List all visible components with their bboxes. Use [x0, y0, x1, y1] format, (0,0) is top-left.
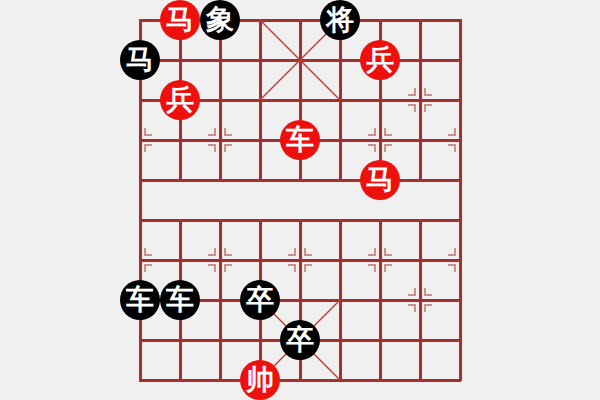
- xiangqi-board[interactable]: 马象将马兵兵车马车车卒卒帅: [140, 20, 460, 380]
- point-marker: [304, 248, 312, 256]
- point-marker: [424, 304, 432, 312]
- piece-red-soldier[interactable]: 兵: [160, 80, 200, 120]
- piece-red-horse[interactable]: 马: [360, 160, 400, 200]
- point-marker: [368, 128, 376, 136]
- point-marker: [144, 144, 152, 152]
- point-marker: [448, 144, 456, 152]
- point-marker: [144, 128, 152, 136]
- point-marker: [144, 264, 152, 272]
- point-marker: [448, 248, 456, 256]
- point-marker: [448, 264, 456, 272]
- point-marker: [208, 128, 216, 136]
- point-marker: [368, 144, 376, 152]
- piece-red-general[interactable]: 帅: [240, 360, 280, 400]
- point-marker: [304, 264, 312, 272]
- point-marker: [288, 264, 296, 272]
- point-marker: [288, 248, 296, 256]
- point-marker: [384, 144, 392, 152]
- point-marker: [144, 248, 152, 256]
- point-marker: [384, 264, 392, 272]
- piece-black-chariot[interactable]: 车: [160, 280, 200, 320]
- point-marker: [368, 264, 376, 272]
- point-marker: [408, 104, 416, 112]
- point-marker: [208, 248, 216, 256]
- point-marker: [224, 128, 232, 136]
- piece-black-chariot[interactable]: 车: [120, 280, 160, 320]
- piece-black-horse[interactable]: 马: [120, 40, 160, 80]
- point-marker: [224, 144, 232, 152]
- point-marker: [408, 288, 416, 296]
- point-marker: [408, 88, 416, 96]
- piece-black-soldier[interactable]: 卒: [240, 280, 280, 320]
- piece-black-elephant[interactable]: 象: [200, 0, 240, 40]
- point-marker: [208, 144, 216, 152]
- piece-red-soldier[interactable]: 兵: [360, 40, 400, 80]
- point-marker: [224, 248, 232, 256]
- point-marker: [384, 248, 392, 256]
- point-marker: [424, 288, 432, 296]
- piece-black-general[interactable]: 将: [320, 0, 360, 40]
- point-marker: [384, 128, 392, 136]
- point-marker: [408, 304, 416, 312]
- xiangqi-screen: 马象将马兵兵车马车车卒卒帅: [0, 0, 600, 400]
- piece-black-soldier[interactable]: 卒: [280, 320, 320, 360]
- point-marker: [224, 264, 232, 272]
- point-marker: [424, 104, 432, 112]
- point-marker: [424, 88, 432, 96]
- piece-red-chariot[interactable]: 车: [280, 120, 320, 160]
- point-marker: [368, 248, 376, 256]
- point-marker: [448, 128, 456, 136]
- piece-red-horse[interactable]: 马: [160, 0, 200, 40]
- point-marker: [208, 264, 216, 272]
